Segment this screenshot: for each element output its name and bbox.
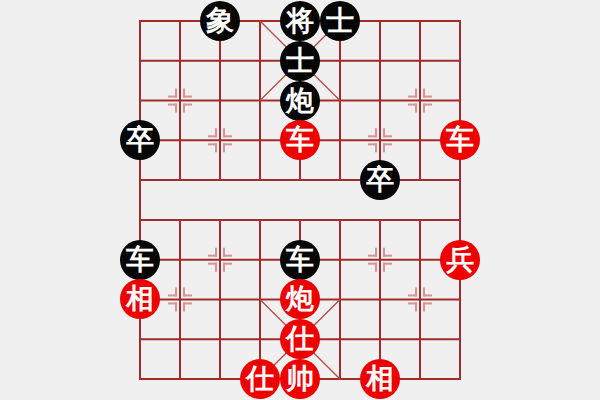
piece-black-advisor[interactable]: 士 [320,1,360,41]
piece-red-advisor[interactable]: 仕 [280,319,320,359]
xiangqi-app-screen: 象将士士炮卒车车卒车车兵相炮仕仕帅相 [0,0,600,400]
piece-red-chariot[interactable]: 车 [280,120,320,160]
piece-black-general[interactable]: 将 [280,1,320,41]
piece-black-pawn[interactable]: 卒 [360,160,400,200]
piece-black-chariot[interactable]: 车 [120,240,160,280]
piece-red-chariot[interactable]: 车 [440,120,480,160]
piece-red-general[interactable]: 帅 [280,359,320,399]
piece-black-elephant[interactable]: 象 [200,1,240,41]
xiangqi-pieces-layer: 象将士士炮卒车车卒车车兵相炮仕仕帅相 [120,1,480,399]
piece-black-chariot[interactable]: 车 [280,240,320,280]
piece-black-pawn[interactable]: 卒 [120,120,160,160]
piece-red-cannon[interactable]: 炮 [280,279,320,319]
piece-red-pawn[interactable]: 兵 [440,240,480,280]
piece-red-advisor[interactable]: 仕 [240,359,280,399]
piece-black-advisor[interactable]: 士 [280,41,320,81]
piece-red-elephant[interactable]: 相 [120,279,160,319]
piece-black-cannon[interactable]: 炮 [280,81,320,121]
piece-red-elephant[interactable]: 相 [360,359,400,399]
